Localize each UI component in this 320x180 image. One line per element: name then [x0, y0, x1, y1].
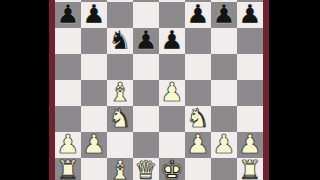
square-h1[interactable]: ♜: [237, 158, 263, 180]
square-a7[interactable]: ♟: [55, 2, 81, 28]
square-g7[interactable]: ♟: [211, 2, 237, 28]
square-b1[interactable]: [81, 158, 107, 180]
black-pawn-icon: ♟: [237, 2, 263, 28]
black-pawn-icon: ♟: [81, 2, 107, 28]
square-g1[interactable]: [211, 158, 237, 180]
white-pawn-icon: ♟: [81, 132, 107, 158]
black-pawn-icon: ♟: [159, 28, 185, 54]
square-e1[interactable]: ♚: [159, 158, 185, 180]
square-b6[interactable]: [81, 28, 107, 54]
white-pawn-icon: ♟: [211, 132, 237, 158]
square-h5[interactable]: [237, 54, 263, 80]
square-e3[interactable]: [159, 106, 185, 132]
square-a6[interactable]: [55, 28, 81, 54]
black-pawn-icon: ♟: [55, 2, 81, 28]
square-d4[interactable]: [133, 80, 159, 106]
square-b5[interactable]: [81, 54, 107, 80]
square-f1[interactable]: [185, 158, 211, 180]
square-f2[interactable]: ♟: [185, 132, 211, 158]
square-b2[interactable]: ♟: [81, 132, 107, 158]
square-h4[interactable]: [237, 80, 263, 106]
square-a1[interactable]: ♜: [55, 158, 81, 180]
black-pawn-icon: ♟: [133, 28, 159, 54]
black-pawn-icon: ♟: [185, 2, 211, 28]
white-rook-icon: ♜: [55, 158, 81, 180]
video-frame: ♜♝♛♚♝♞♜♟♟♟♟♟♞♟♟♝♟♞♞♟♟♟♟♟♜♝♛♚♜: [0, 0, 320, 180]
square-d1[interactable]: ♛: [133, 158, 159, 180]
square-f5[interactable]: [185, 54, 211, 80]
square-g5[interactable]: [211, 54, 237, 80]
white-knight-icon: ♞: [107, 106, 133, 132]
square-g2[interactable]: ♟: [211, 132, 237, 158]
square-a4[interactable]: [55, 80, 81, 106]
square-h7[interactable]: ♟: [237, 2, 263, 28]
square-d3[interactable]: [133, 106, 159, 132]
square-a5[interactable]: [55, 54, 81, 80]
square-e4[interactable]: ♟: [159, 80, 185, 106]
square-b7[interactable]: ♟: [81, 2, 107, 28]
square-c1[interactable]: ♝: [107, 158, 133, 180]
square-b4[interactable]: [81, 80, 107, 106]
white-rook-icon: ♜: [237, 158, 263, 180]
board-frame-right-edge: [263, 0, 269, 180]
square-c3[interactable]: ♞: [107, 106, 133, 132]
square-g6[interactable]: [211, 28, 237, 54]
white-king-icon: ♚: [159, 158, 185, 180]
white-bishop-icon: ♝: [107, 158, 133, 180]
white-pawn-icon: ♟: [159, 80, 185, 106]
white-queen-icon: ♛: [133, 158, 159, 180]
square-d5[interactable]: [133, 54, 159, 80]
square-d6[interactable]: ♟: [133, 28, 159, 54]
white-pawn-icon: ♟: [185, 132, 211, 158]
square-g4[interactable]: [211, 80, 237, 106]
chessboard: ♜♝♛♚♝♞♜♟♟♟♟♟♞♟♟♝♟♞♞♟♟♟♟♟♜♝♛♚♜: [55, 0, 263, 180]
square-c6[interactable]: ♞: [107, 28, 133, 54]
black-knight-icon: ♞: [107, 28, 133, 54]
square-e6[interactable]: ♟: [159, 28, 185, 54]
black-pawn-icon: ♟: [211, 2, 237, 28]
square-f6[interactable]: [185, 28, 211, 54]
square-h6[interactable]: [237, 28, 263, 54]
square-f7[interactable]: ♟: [185, 2, 211, 28]
